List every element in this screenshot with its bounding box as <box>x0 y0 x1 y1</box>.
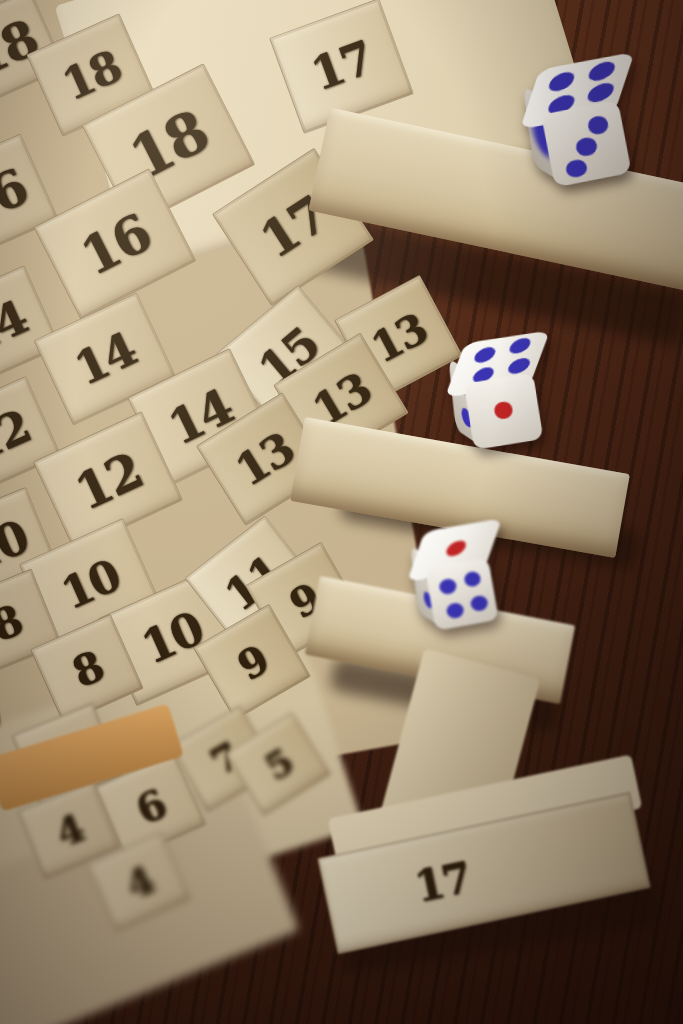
die-pip <box>565 157 588 178</box>
die-3-front-face <box>425 558 499 631</box>
block-number: 8 <box>65 641 110 697</box>
block-number: 16 <box>0 157 35 238</box>
block-number: 18 <box>54 40 127 110</box>
die-2-front-face <box>464 373 543 450</box>
die-pip <box>507 337 533 355</box>
block-number: 16 <box>71 201 160 286</box>
block-number: 14 <box>0 290 34 364</box>
block-number: 14 <box>66 322 143 396</box>
die-1-front-face <box>541 99 632 187</box>
block-number: 13 <box>226 422 302 496</box>
die-pip <box>546 71 577 94</box>
die-pip <box>444 539 468 557</box>
die-pip <box>470 595 489 613</box>
die-1[interactable] <box>524 56 639 189</box>
block-number: 17 <box>304 30 379 101</box>
die-pip <box>438 578 457 596</box>
block-number: 4 <box>119 856 160 907</box>
photo-scene: 18 18 17 18 16 16 17 14 14 15 13 14 13 1… <box>0 0 683 1024</box>
block-number: 6 <box>129 779 172 832</box>
die-pip <box>463 571 482 589</box>
block-number: 5 <box>257 740 299 788</box>
die-pip <box>575 136 598 157</box>
die-pip <box>445 602 464 620</box>
die-pip <box>493 401 514 421</box>
die-pip <box>471 346 497 364</box>
die-pip <box>506 357 532 375</box>
block-number: 12 <box>0 399 37 473</box>
die-pip <box>586 114 609 135</box>
block-number: 8 <box>0 595 28 651</box>
die-pip <box>586 81 617 104</box>
block-number: 17 <box>410 852 473 911</box>
block-number: 12 <box>66 440 150 521</box>
block-number: 10 <box>134 601 211 675</box>
block-number: 10 <box>53 549 126 619</box>
die-2[interactable] <box>450 334 548 451</box>
block-number: 9 <box>229 635 275 689</box>
die-3[interactable] <box>411 522 502 632</box>
die-pip <box>587 60 618 83</box>
block-number: 4 <box>49 805 89 856</box>
